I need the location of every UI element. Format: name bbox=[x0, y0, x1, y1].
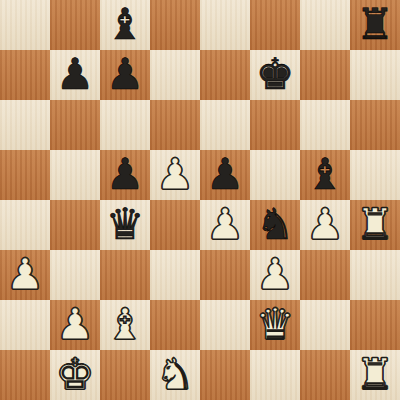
square-g5[interactable]: ♝ bbox=[300, 150, 350, 200]
square-d1[interactable]: ♞ bbox=[150, 350, 200, 400]
square-g7[interactable] bbox=[300, 50, 350, 100]
square-b2[interactable]: ♟ bbox=[50, 300, 100, 350]
black-knight-f4[interactable]: ♞ bbox=[256, 199, 295, 249]
square-f5[interactable] bbox=[250, 150, 300, 200]
square-b7[interactable]: ♟ bbox=[50, 50, 100, 100]
square-c5[interactable]: ♟ bbox=[100, 150, 150, 200]
square-f6[interactable] bbox=[250, 100, 300, 150]
square-b5[interactable] bbox=[50, 150, 100, 200]
square-g3[interactable] bbox=[300, 250, 350, 300]
square-h5[interactable] bbox=[350, 150, 400, 200]
square-h2[interactable] bbox=[350, 300, 400, 350]
black-bishop-c8[interactable]: ♝ bbox=[106, 0, 145, 49]
white-rook-h4[interactable]: ♜ bbox=[356, 199, 395, 249]
square-e5[interactable]: ♟ bbox=[200, 150, 250, 200]
square-c4[interactable]: ♛ bbox=[100, 200, 150, 250]
black-pawn-c7[interactable]: ♟ bbox=[106, 49, 145, 99]
square-b8[interactable] bbox=[50, 0, 100, 50]
white-knight-d1[interactable]: ♞ bbox=[156, 349, 195, 399]
square-b3[interactable] bbox=[50, 250, 100, 300]
white-pawn-g4[interactable]: ♟ bbox=[306, 199, 345, 249]
square-d2[interactable] bbox=[150, 300, 200, 350]
square-g2[interactable] bbox=[300, 300, 350, 350]
square-g1[interactable] bbox=[300, 350, 350, 400]
square-a4[interactable] bbox=[0, 200, 50, 250]
square-e4[interactable]: ♟ bbox=[200, 200, 250, 250]
square-d8[interactable] bbox=[150, 0, 200, 50]
square-e1[interactable] bbox=[200, 350, 250, 400]
white-pawn-b2[interactable]: ♟ bbox=[56, 299, 95, 349]
white-pawn-d5[interactable]: ♟ bbox=[156, 149, 195, 199]
white-pawn-e4[interactable]: ♟ bbox=[206, 199, 245, 249]
square-a5[interactable] bbox=[0, 150, 50, 200]
square-b1[interactable]: ♚ bbox=[50, 350, 100, 400]
square-f2[interactable]: ♛ bbox=[250, 300, 300, 350]
square-f8[interactable] bbox=[250, 0, 300, 50]
square-h8[interactable]: ♜ bbox=[350, 0, 400, 50]
square-a3[interactable]: ♟ bbox=[0, 250, 50, 300]
square-e3[interactable] bbox=[200, 250, 250, 300]
square-e8[interactable] bbox=[200, 0, 250, 50]
white-pawn-f3[interactable]: ♟ bbox=[256, 249, 295, 299]
square-h7[interactable] bbox=[350, 50, 400, 100]
square-b4[interactable] bbox=[50, 200, 100, 250]
black-pawn-e5[interactable]: ♟ bbox=[206, 149, 245, 199]
black-queen-c4[interactable]: ♛ bbox=[106, 199, 145, 249]
square-c1[interactable] bbox=[100, 350, 150, 400]
square-h1[interactable]: ♜ bbox=[350, 350, 400, 400]
square-e6[interactable] bbox=[200, 100, 250, 150]
square-d3[interactable] bbox=[150, 250, 200, 300]
square-d6[interactable] bbox=[150, 100, 200, 150]
square-a2[interactable] bbox=[0, 300, 50, 350]
square-g6[interactable] bbox=[300, 100, 350, 150]
black-pawn-b7[interactable]: ♟ bbox=[56, 49, 95, 99]
black-king-f7[interactable]: ♚ bbox=[256, 49, 295, 99]
black-pawn-c5[interactable]: ♟ bbox=[106, 149, 145, 199]
square-a8[interactable] bbox=[0, 0, 50, 50]
square-h4[interactable]: ♜ bbox=[350, 200, 400, 250]
square-g8[interactable] bbox=[300, 0, 350, 50]
square-b6[interactable] bbox=[50, 100, 100, 150]
square-d4[interactable] bbox=[150, 200, 200, 250]
white-pawn-a3[interactable]: ♟ bbox=[6, 249, 45, 299]
square-f4[interactable]: ♞ bbox=[250, 200, 300, 250]
square-f1[interactable] bbox=[250, 350, 300, 400]
square-e7[interactable] bbox=[200, 50, 250, 100]
square-f7[interactable]: ♚ bbox=[250, 50, 300, 100]
chess-board: ♝♜♟♟♚♟♟♟♝♛♟♞♟♜♟♟♟♝♛♚♞♜ bbox=[0, 0, 400, 400]
white-bishop-c2[interactable]: ♝ bbox=[106, 299, 145, 349]
white-rook-h1[interactable]: ♜ bbox=[356, 349, 395, 399]
square-h3[interactable] bbox=[350, 250, 400, 300]
square-f3[interactable]: ♟ bbox=[250, 250, 300, 300]
square-a1[interactable] bbox=[0, 350, 50, 400]
square-d7[interactable] bbox=[150, 50, 200, 100]
black-bishop-g5[interactable]: ♝ bbox=[306, 149, 345, 199]
black-rook-h8[interactable]: ♜ bbox=[356, 0, 395, 49]
white-king-b1[interactable]: ♚ bbox=[56, 349, 95, 399]
square-c2[interactable]: ♝ bbox=[100, 300, 150, 350]
square-c8[interactable]: ♝ bbox=[100, 0, 150, 50]
white-queen-f2[interactable]: ♛ bbox=[256, 299, 295, 349]
square-a7[interactable] bbox=[0, 50, 50, 100]
square-c6[interactable] bbox=[100, 100, 150, 150]
square-c3[interactable] bbox=[100, 250, 150, 300]
square-g4[interactable]: ♟ bbox=[300, 200, 350, 250]
square-a6[interactable] bbox=[0, 100, 50, 150]
square-h6[interactable] bbox=[350, 100, 400, 150]
square-c7[interactable]: ♟ bbox=[100, 50, 150, 100]
square-d5[interactable]: ♟ bbox=[150, 150, 200, 200]
square-e2[interactable] bbox=[200, 300, 250, 350]
